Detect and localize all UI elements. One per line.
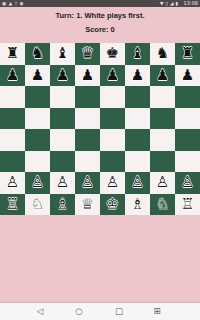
square-g7[interactable]: ♟	[150, 65, 175, 87]
square-e1[interactable]: ♔	[100, 194, 125, 216]
square-g3[interactable]	[150, 151, 175, 173]
piece-black-pawn: ♟	[81, 68, 94, 83]
square-f2[interactable]: ♙	[125, 172, 150, 194]
square-b1[interactable]: ♘	[25, 194, 50, 216]
piece-black-pawn: ♟	[31, 68, 44, 83]
square-d8[interactable]: ♛	[75, 43, 100, 65]
piece-black-rook: ♜	[181, 46, 194, 61]
piece-black-pawn: ♟	[156, 68, 169, 83]
square-b4[interactable]	[25, 129, 50, 151]
piece-white-pawn: ♙	[31, 175, 44, 190]
square-a8[interactable]: ♜	[0, 43, 25, 65]
recents-button-icon[interactable]: □	[114, 303, 124, 320]
square-a5[interactable]	[0, 108, 25, 130]
square-e5[interactable]	[100, 108, 125, 130]
piece-black-pawn: ♟	[131, 68, 144, 83]
square-d6[interactable]	[75, 86, 100, 108]
status-left-icons: ▣▲†◉	[2, 0, 23, 7]
piece-black-knight: ♞	[31, 46, 44, 61]
square-h3[interactable]	[175, 151, 200, 173]
piece-black-king: ♚	[106, 46, 119, 61]
home-button-icon[interactable]: ○	[74, 303, 84, 320]
piece-black-pawn: ♟	[56, 68, 69, 83]
square-g2[interactable]: ♙	[150, 172, 175, 194]
square-b7[interactable]: ♟	[25, 65, 50, 87]
square-b3[interactable]	[25, 151, 50, 173]
piece-white-pawn: ♙	[56, 175, 69, 190]
android-nav-bar: ◁ ○ □ ⊞	[0, 303, 200, 320]
square-c2[interactable]: ♙	[50, 172, 75, 194]
square-e3[interactable]	[100, 151, 125, 173]
square-h2[interactable]: ♙	[175, 172, 200, 194]
square-h8[interactable]: ♜	[175, 43, 200, 65]
piece-black-pawn: ♟	[181, 68, 194, 83]
square-c6[interactable]	[50, 86, 75, 108]
piece-white-rook: ♖	[181, 197, 194, 212]
square-g6[interactable]	[150, 86, 175, 108]
wifi-icon: ▼	[160, 0, 163, 7]
square-d2[interactable]: ♙	[75, 172, 100, 194]
back-button-icon[interactable]: ◁	[35, 303, 45, 320]
square-g4[interactable]	[150, 129, 175, 151]
square-b2[interactable]: ♙	[25, 172, 50, 194]
square-b6[interactable]	[25, 86, 50, 108]
square-a2[interactable]: ♙	[0, 172, 25, 194]
usb-icon: †	[15, 0, 17, 7]
sim-icon: ▯	[166, 0, 168, 7]
square-f4[interactable]	[125, 129, 150, 151]
piece-black-bishop: ♝	[131, 46, 144, 61]
piece-white-pawn: ♙	[106, 175, 119, 190]
square-h6[interactable]	[175, 86, 200, 108]
square-e2[interactable]: ♙	[100, 172, 125, 194]
square-f6[interactable]	[125, 86, 150, 108]
square-d5[interactable]	[75, 108, 100, 130]
square-f7[interactable]: ♟	[125, 65, 150, 87]
piece-black-rook: ♜	[6, 46, 19, 61]
square-c3[interactable]	[50, 151, 75, 173]
square-c1[interactable]: ♗	[50, 194, 75, 216]
square-d4[interactable]	[75, 129, 100, 151]
square-a4[interactable]	[0, 129, 25, 151]
piece-white-pawn: ♙	[81, 175, 94, 190]
piece-white-pawn: ♙	[156, 175, 169, 190]
screen: ▣▲†◉ ▼▯◢▮ 13:08 Turn: 1. White plays fir…	[0, 0, 200, 320]
square-d3[interactable]	[75, 151, 100, 173]
piece-white-rook: ♖	[6, 197, 19, 212]
square-b8[interactable]: ♞	[25, 43, 50, 65]
square-d1[interactable]: ♕	[75, 194, 100, 216]
piece-black-pawn: ♟	[106, 68, 119, 83]
square-f8[interactable]: ♝	[125, 43, 150, 65]
square-c4[interactable]	[50, 129, 75, 151]
status-time: 13:08	[184, 0, 198, 7]
piece-white-bishop: ♗	[56, 197, 69, 212]
square-f5[interactable]	[125, 108, 150, 130]
piece-white-pawn: ♙	[6, 175, 19, 190]
square-g1[interactable]: ♘	[150, 194, 175, 216]
square-g5[interactable]	[150, 108, 175, 130]
square-a6[interactable]	[0, 86, 25, 108]
piece-white-king: ♔	[106, 197, 119, 212]
square-e4[interactable]	[100, 129, 125, 151]
turn-indicator: Turn: 1. White plays first.	[0, 11, 200, 20]
square-e8[interactable]: ♚	[100, 43, 125, 65]
status-bar: ▣▲†◉ ▼▯◢▮ 13:08	[0, 0, 200, 7]
piece-white-bishop: ♗	[131, 197, 144, 212]
square-h5[interactable]	[175, 108, 200, 130]
square-b5[interactable]	[25, 108, 50, 130]
square-c5[interactable]	[50, 108, 75, 130]
square-h1[interactable]: ♖	[175, 194, 200, 216]
status-right-icons: ▼▯◢▮	[160, 0, 178, 7]
chess-board: ♜♞♝♛♚♝♞♜♟♟♟♟♟♟♟♟♙♙♙♙♙♙♙♙♖♘♗♕♔♗♘♖	[0, 43, 200, 215]
square-e6[interactable]	[100, 86, 125, 108]
battery-icon: ▮	[176, 0, 178, 7]
square-c8[interactable]: ♝	[50, 43, 75, 65]
piece-black-knight: ♞	[156, 46, 169, 61]
square-a7[interactable]: ♟	[0, 65, 25, 87]
piece-white-knight: ♘	[156, 197, 169, 212]
signal-icon: ◢	[170, 0, 173, 7]
square-f1[interactable]: ♗	[125, 194, 150, 216]
square-a1[interactable]: ♖	[0, 194, 25, 216]
piece-black-queen: ♛	[81, 46, 94, 61]
piece-white-pawn: ♙	[131, 175, 144, 190]
apps-button-icon[interactable]: ⊞	[152, 303, 162, 320]
square-e7[interactable]: ♟	[100, 65, 125, 87]
square-d7[interactable]: ♟	[75, 65, 100, 87]
square-h4[interactable]	[175, 129, 200, 151]
piece-white-knight: ♘	[31, 197, 44, 212]
location-icon: ◉	[19, 0, 23, 7]
piece-black-bishop: ♝	[56, 46, 69, 61]
piece-white-queen: ♕	[81, 197, 94, 212]
square-c7[interactable]: ♟	[50, 65, 75, 87]
square-g8[interactable]: ♞	[150, 43, 175, 65]
square-h7[interactable]: ♟	[175, 65, 200, 87]
screenshot-icon: ▣	[2, 0, 6, 7]
square-f3[interactable]	[125, 151, 150, 173]
piece-black-pawn: ♟	[6, 68, 19, 83]
cloud-icon: ▲	[9, 0, 12, 7]
square-a3[interactable]	[0, 151, 25, 173]
piece-white-pawn: ♙	[181, 175, 194, 190]
game-status-header: Turn: 1. White plays first. Score: 0	[0, 7, 200, 34]
score-indicator: Score: 0	[0, 25, 200, 34]
